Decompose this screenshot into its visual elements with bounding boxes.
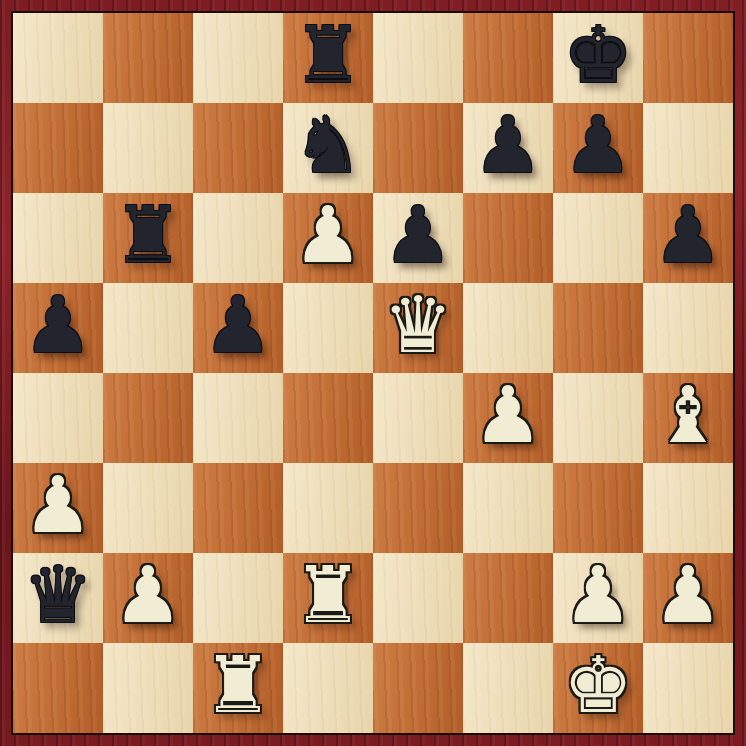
piece-black-pawn: ♟ [653,190,723,280]
square-a4[interactable] [13,373,103,463]
square-b3[interactable] [103,463,193,553]
square-a8[interactable] [13,13,103,103]
square-h4[interactable]: ♝ [643,373,733,463]
square-e3[interactable] [373,463,463,553]
square-f8[interactable] [463,13,553,103]
square-c2[interactable] [193,553,283,643]
square-e8[interactable] [373,13,463,103]
square-b5[interactable] [103,283,193,373]
square-c8[interactable] [193,13,283,103]
square-e5[interactable]: ♛ [373,283,463,373]
square-g8[interactable]: ♚ [553,13,643,103]
piece-white-pawn: ♟ [113,550,183,640]
square-g7[interactable]: ♟ [553,103,643,193]
square-c5[interactable]: ♟ [193,283,283,373]
piece-black-king: ♚ [563,10,633,100]
square-g1[interactable]: ♚ [553,643,643,733]
piece-black-pawn: ♟ [23,280,93,370]
square-d1[interactable] [283,643,373,733]
square-a5[interactable]: ♟ [13,283,103,373]
square-h2[interactable]: ♟ [643,553,733,643]
piece-white-pawn: ♟ [293,190,363,280]
piece-white-pawn: ♟ [23,460,93,550]
piece-black-pawn: ♟ [473,100,543,190]
square-h8[interactable] [643,13,733,103]
square-f6[interactable] [463,193,553,283]
square-a2[interactable]: ♛ [13,553,103,643]
square-f2[interactable] [463,553,553,643]
square-e2[interactable] [373,553,463,643]
piece-black-rook: ♜ [113,190,183,280]
square-g5[interactable] [553,283,643,373]
square-g4[interactable] [553,373,643,463]
square-h3[interactable] [643,463,733,553]
square-d2[interactable]: ♜ [283,553,373,643]
piece-black-pawn: ♟ [383,190,453,280]
square-g3[interactable] [553,463,643,553]
square-d3[interactable] [283,463,373,553]
square-e6[interactable]: ♟ [373,193,463,283]
square-c7[interactable] [193,103,283,193]
square-c1[interactable]: ♜ [193,643,283,733]
piece-black-rook: ♜ [293,10,363,100]
square-h1[interactable] [643,643,733,733]
square-b6[interactable]: ♜ [103,193,193,283]
square-b2[interactable]: ♟ [103,553,193,643]
square-b8[interactable] [103,13,193,103]
square-b1[interactable] [103,643,193,733]
piece-black-knight: ♞ [293,100,363,190]
square-a1[interactable] [13,643,103,733]
square-f5[interactable] [463,283,553,373]
square-b4[interactable] [103,373,193,463]
square-e7[interactable] [373,103,463,193]
square-d8[interactable]: ♜ [283,13,373,103]
piece-white-king: ♚ [563,640,633,730]
square-f3[interactable] [463,463,553,553]
piece-white-pawn: ♟ [563,550,633,640]
square-d6[interactable]: ♟ [283,193,373,283]
square-f1[interactable] [463,643,553,733]
square-h6[interactable]: ♟ [643,193,733,283]
piece-black-queen: ♛ [23,550,93,640]
piece-white-pawn: ♟ [473,370,543,460]
square-d4[interactable] [283,373,373,463]
piece-white-rook: ♜ [203,640,273,730]
square-a7[interactable] [13,103,103,193]
piece-white-queen: ♛ [383,280,453,370]
piece-white-rook: ♜ [293,550,363,640]
piece-black-pawn: ♟ [203,280,273,370]
piece-black-pawn: ♟ [563,100,633,190]
square-f7[interactable]: ♟ [463,103,553,193]
board-frame: ♜♚♞♟♟♜♟♟♟♟♟♛♟♝♟♛♟♜♟♟♜♚ [0,0,746,746]
square-e4[interactable] [373,373,463,463]
square-f4[interactable]: ♟ [463,373,553,463]
square-h7[interactable] [643,103,733,193]
square-g6[interactable] [553,193,643,283]
square-b7[interactable] [103,103,193,193]
square-a3[interactable]: ♟ [13,463,103,553]
square-c4[interactable] [193,373,283,463]
square-d7[interactable]: ♞ [283,103,373,193]
square-a6[interactable] [13,193,103,283]
square-d5[interactable] [283,283,373,373]
square-g2[interactable]: ♟ [553,553,643,643]
square-e1[interactable] [373,643,463,733]
piece-white-pawn: ♟ [653,550,723,640]
square-c6[interactable] [193,193,283,283]
square-h5[interactable] [643,283,733,373]
piece-white-bishop: ♝ [653,370,723,460]
square-c3[interactable] [193,463,283,553]
board: ♜♚♞♟♟♜♟♟♟♟♟♛♟♝♟♛♟♜♟♟♜♚ [11,11,735,735]
